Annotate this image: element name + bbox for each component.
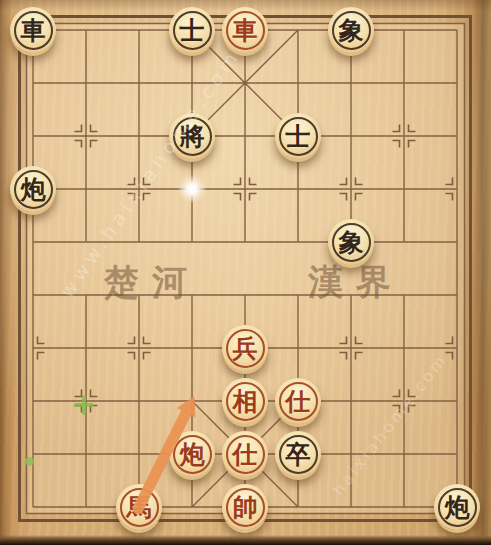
board-point-5-2[interactable]: 士 [272,110,325,163]
board-point-0-2[interactable] [7,110,60,163]
board-point-7-1[interactable] [378,57,431,110]
piece-black-soldier[interactable]: 卒 [275,431,321,477]
board-point-1-8[interactable] [60,428,113,481]
board-point-4-7[interactable]: 相 [219,375,272,428]
board-point-4-5[interactable] [219,269,272,322]
board-point-8-0[interactable] [431,4,484,57]
piece-black-cannon[interactable]: 炮 [10,166,56,212]
board-point-6-6[interactable] [325,322,378,375]
piece-glyph: 卒 [275,431,321,477]
board-point-8-7[interactable] [431,375,484,428]
piece-glyph: 仕 [222,431,268,477]
board-point-3-7[interactable] [166,375,219,428]
green-dot-mark [25,457,34,466]
board-point-6-0[interactable]: 象 [325,4,378,57]
green-cross-mark [74,395,94,415]
board-point-4-0[interactable]: 車 [219,4,272,57]
xiangqi-game-screen: 楚河 漢界 車士車象將士炮象兵相仕炮仕卒馬帥炮 www.haixiahome.c… [0,0,491,545]
board-point-7-0[interactable] [378,4,431,57]
board-point-0-1[interactable] [7,57,60,110]
piece-black-advisor[interactable]: 士 [169,7,215,53]
board-point-1-1[interactable] [60,57,113,110]
piece-red-general[interactable]: 帥 [222,484,268,530]
piece-red-cannon[interactable]: 炮 [169,431,215,477]
board-point-1-0[interactable] [60,4,113,57]
board-point-6-5[interactable] [325,269,378,322]
board-point-0-0[interactable]: 車 [7,4,60,57]
board-point-3-8[interactable]: 炮 [166,428,219,481]
board-point-6-2[interactable] [325,110,378,163]
board-point-7-2[interactable] [378,110,431,163]
board-point-3-5[interactable] [166,269,219,322]
piece-black-cannon[interactable]: 炮 [434,484,480,530]
board-point-2-7[interactable] [113,375,166,428]
board-edge-bottom [0,535,491,545]
board-point-0-3[interactable]: 炮 [7,163,60,216]
piece-glyph: 炮 [434,484,480,530]
piece-glyph: 象 [328,7,374,53]
board-point-1-3[interactable] [60,163,113,216]
board-point-1-5[interactable] [60,269,113,322]
board-point-7-9[interactable] [378,481,431,534]
board-point-2-1[interactable] [113,57,166,110]
board-point-3-1[interactable] [166,57,219,110]
board-point-4-4[interactable] [219,216,272,269]
board-point-7-8[interactable] [378,428,431,481]
piece-black-elephant[interactable]: 象 [328,219,374,265]
board-point-4-1[interactable] [219,57,272,110]
piece-black-chariot[interactable]: 車 [10,7,56,53]
board-point-5-9[interactable] [272,481,325,534]
board-point-6-3[interactable] [325,163,378,216]
board-point-0-4[interactable] [7,216,60,269]
board-point-5-3[interactable] [272,163,325,216]
board-point-8-3[interactable] [431,163,484,216]
board-point-2-4[interactable] [113,216,166,269]
board-point-5-7[interactable]: 仕 [272,375,325,428]
board-point-1-2[interactable] [60,110,113,163]
piece-glyph: 將 [169,113,215,159]
board-point-4-6[interactable]: 兵 [219,322,272,375]
board-point-5-1[interactable] [272,57,325,110]
piece-black-general[interactable]: 將 [169,113,215,159]
piece-glyph: 炮 [10,166,56,212]
board-point-2-5[interactable] [113,269,166,322]
board-point-5-8[interactable]: 卒 [272,428,325,481]
board-point-0-6[interactable] [7,322,60,375]
board-point-0-5[interactable] [7,269,60,322]
piece-red-chariot[interactable]: 車 [222,7,268,53]
piece-red-soldier[interactable]: 兵 [222,325,268,371]
board-point-0-7[interactable] [7,375,60,428]
piece-red-elephant[interactable]: 相 [222,378,268,424]
board: 車士車象將士炮象兵相仕炮仕卒馬帥炮 [7,4,484,534]
board-point-1-9[interactable] [60,481,113,534]
board-point-7-3[interactable] [378,163,431,216]
board-point-8-6[interactable] [431,322,484,375]
board-point-6-4[interactable]: 象 [325,216,378,269]
piece-black-elephant[interactable]: 象 [328,7,374,53]
board-point-1-6[interactable] [60,322,113,375]
piece-glyph: 車 [222,7,268,53]
piece-glyph: 帥 [222,484,268,530]
board-point-7-6[interactable] [378,322,431,375]
board-point-4-9[interactable]: 帥 [219,481,272,534]
board-point-3-6[interactable] [166,322,219,375]
board-point-8-8[interactable] [431,428,484,481]
piece-red-horse[interactable]: 馬 [116,484,162,530]
piece-black-advisor[interactable]: 士 [275,113,321,159]
board-point-7-4[interactable] [378,216,431,269]
board-point-6-7[interactable] [325,375,378,428]
board-point-3-0[interactable]: 士 [166,4,219,57]
board-point-7-5[interactable] [378,269,431,322]
board-point-6-8[interactable] [325,428,378,481]
board-point-2-2[interactable] [113,110,166,163]
board-point-2-8[interactable] [113,428,166,481]
board-point-1-4[interactable] [60,216,113,269]
board-point-8-9[interactable]: 炮 [431,481,484,534]
board-point-3-9[interactable] [166,481,219,534]
board-point-2-0[interactable] [113,4,166,57]
board-point-4-2[interactable] [219,110,272,163]
board-point-5-4[interactable] [272,216,325,269]
board-point-8-4[interactable] [431,216,484,269]
board-point-8-2[interactable] [431,110,484,163]
board-point-4-3[interactable] [219,163,272,216]
piece-glyph: 士 [275,113,321,159]
piece-red-advisor[interactable]: 仕 [275,378,321,424]
board-point-4-8[interactable]: 仕 [219,428,272,481]
piece-glyph: 炮 [169,431,215,477]
board-point-6-1[interactable] [325,57,378,110]
board-point-6-9[interactable] [325,481,378,534]
piece-glyph: 兵 [222,325,268,371]
board-point-5-5[interactable] [272,269,325,322]
board-point-8-1[interactable] [431,57,484,110]
piece-glyph: 象 [328,219,374,265]
piece-glyph: 馬 [116,484,162,530]
board-point-2-6[interactable] [113,322,166,375]
piece-glyph: 車 [10,7,56,53]
board-point-8-5[interactable] [431,269,484,322]
piece-red-advisor[interactable]: 仕 [222,431,268,477]
board-point-7-7[interactable] [378,375,431,428]
piece-glyph: 士 [169,7,215,53]
board-point-3-3[interactable] [166,163,219,216]
board-point-0-8[interactable] [7,428,60,481]
board-point-3-2[interactable]: 將 [166,110,219,163]
piece-glyph: 相 [222,378,268,424]
board-point-3-4[interactable] [166,216,219,269]
board-point-5-0[interactable] [272,4,325,57]
board-point-5-6[interactable] [272,322,325,375]
board-point-2-9[interactable]: 馬 [113,481,166,534]
board-point-2-3[interactable] [113,163,166,216]
piece-glyph: 仕 [275,378,321,424]
board-point-0-9[interactable] [7,481,60,534]
